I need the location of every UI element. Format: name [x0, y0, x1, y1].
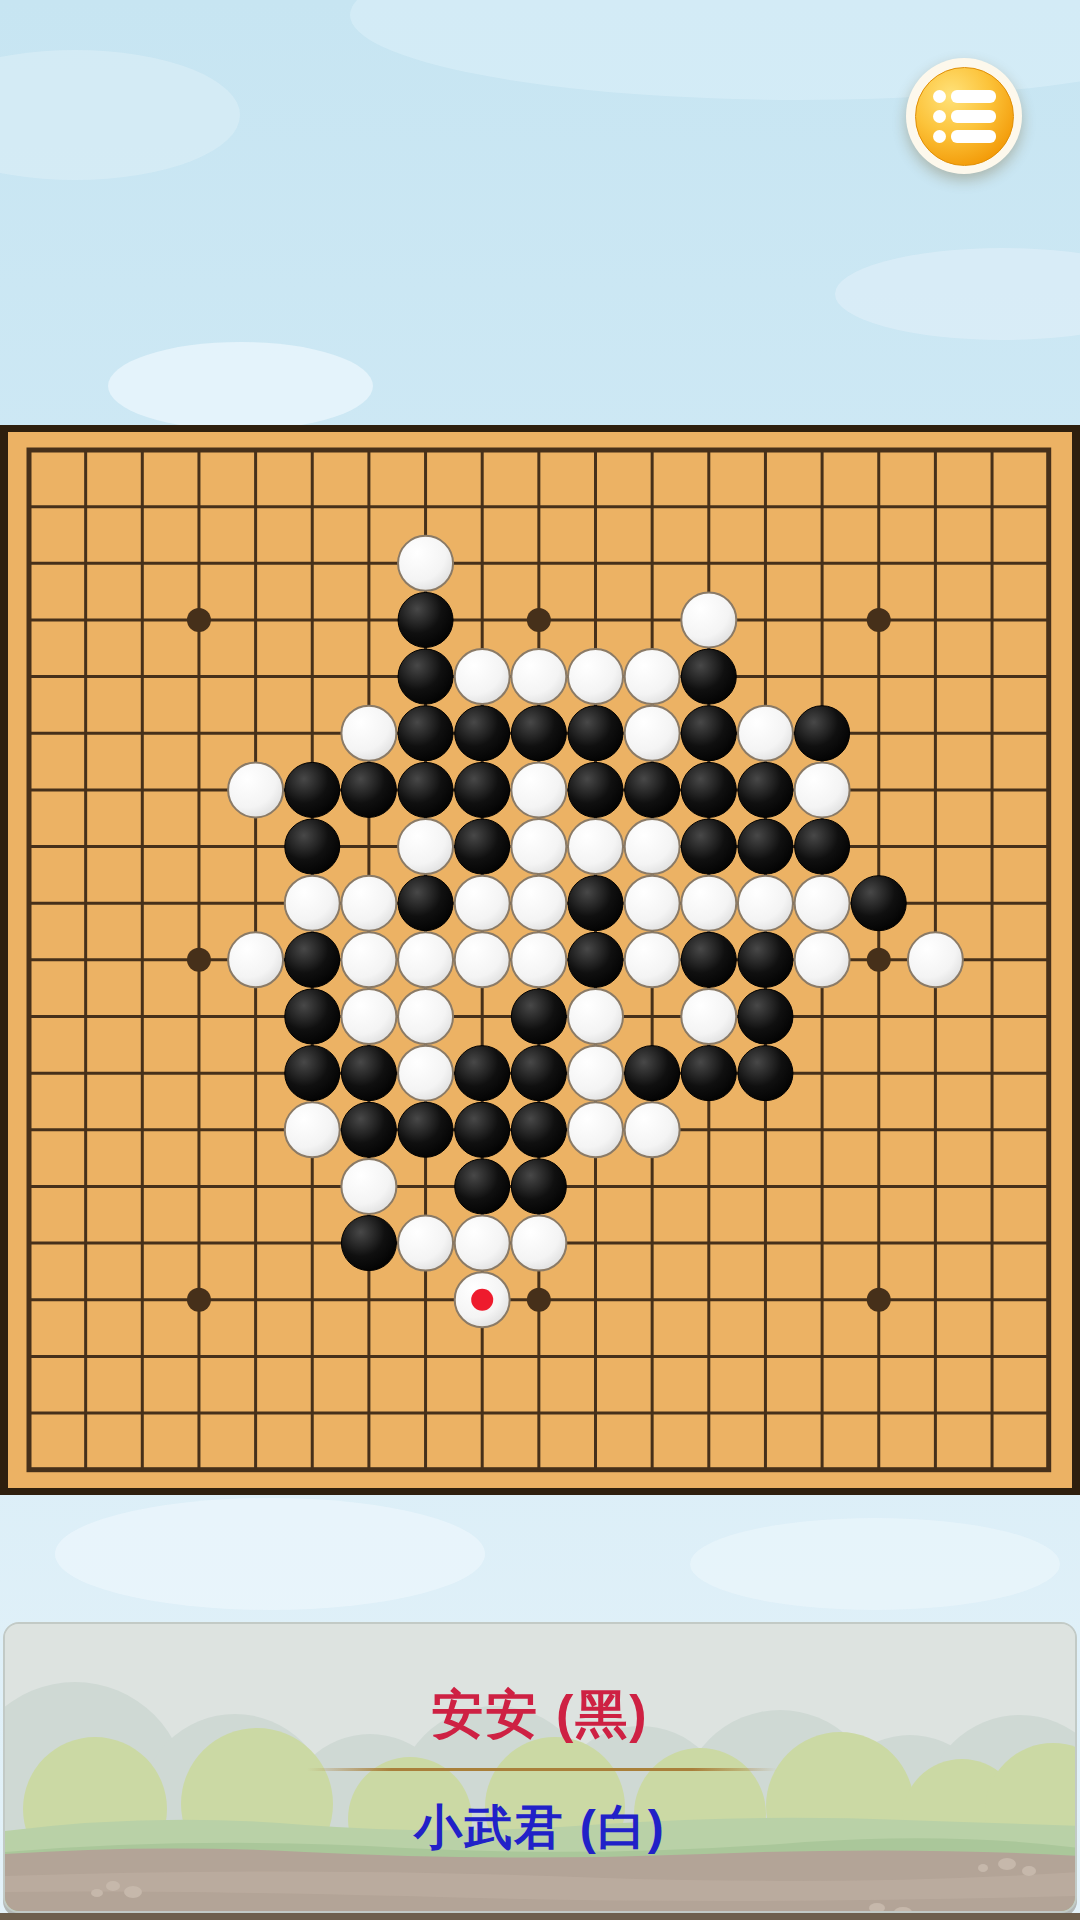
stone-white — [398, 536, 453, 591]
stone-white — [738, 706, 793, 761]
white-player-label: 小武君 (白) — [5, 1802, 1075, 1854]
stone-white — [285, 1102, 340, 1157]
stone-white — [795, 932, 850, 987]
players-panel: 安安 (黑) 小武君 (白) — [3, 1622, 1077, 1913]
stone-white — [398, 1046, 453, 1101]
stone-white — [625, 706, 680, 761]
stone-black — [738, 989, 793, 1044]
stone-black — [511, 989, 566, 1044]
stone-white — [625, 932, 680, 987]
stone-black — [681, 932, 736, 987]
stone-white — [455, 876, 510, 931]
stone-white — [341, 1159, 396, 1214]
list-menu-icon — [915, 67, 1014, 166]
stone-white — [795, 876, 850, 931]
stone-black — [398, 706, 453, 761]
stone-white — [568, 989, 623, 1044]
stone-white — [511, 762, 566, 817]
stone-black — [568, 762, 623, 817]
stone-black — [341, 1216, 396, 1271]
stone-white — [568, 819, 623, 874]
stone-white — [625, 649, 680, 704]
stone-white — [455, 1216, 510, 1271]
stone-white — [625, 819, 680, 874]
stone-black — [455, 706, 510, 761]
stone-black — [455, 762, 510, 817]
stone-black — [795, 706, 850, 761]
stone-black — [625, 1046, 680, 1101]
stone-black — [568, 706, 623, 761]
cloud — [108, 342, 373, 430]
stone-black — [285, 819, 340, 874]
stone-white — [568, 649, 623, 704]
stone-black — [285, 989, 340, 1044]
go-board[interactable] — [0, 425, 1080, 1495]
stone-black — [681, 819, 736, 874]
stone-white — [511, 819, 566, 874]
stone-white — [625, 876, 680, 931]
stone-white — [341, 706, 396, 761]
stone-black — [398, 1102, 453, 1157]
stone-white — [455, 932, 510, 987]
stone-white — [228, 932, 283, 987]
stone-black — [681, 649, 736, 704]
cloud — [835, 248, 1080, 340]
stone-white — [681, 989, 736, 1044]
stone-black — [738, 819, 793, 874]
cloud — [55, 1498, 485, 1610]
stone-white — [738, 876, 793, 931]
stone-black — [625, 762, 680, 817]
stone-black — [341, 1102, 396, 1157]
stone-black — [398, 592, 453, 647]
stone-black — [341, 1046, 396, 1101]
stone-white — [568, 1046, 623, 1101]
bottom-edge — [0, 1913, 1080, 1920]
stone-white — [908, 932, 963, 987]
player-divider — [307, 1768, 777, 1771]
stone-white — [341, 989, 396, 1044]
stone-white — [511, 649, 566, 704]
stone-black — [568, 876, 623, 931]
stone-black — [455, 819, 510, 874]
stone-black — [285, 1046, 340, 1101]
stone-white — [511, 876, 566, 931]
stone-white — [285, 876, 340, 931]
stone-black — [398, 876, 453, 931]
stone-white — [455, 649, 510, 704]
stone-black — [398, 649, 453, 704]
stone-black — [681, 706, 736, 761]
stone-black — [851, 876, 906, 931]
stone-black — [285, 932, 340, 987]
stone-black — [285, 762, 340, 817]
menu-button[interactable] — [906, 58, 1022, 174]
last-move-marker — [471, 1289, 493, 1311]
stone-white — [625, 1102, 680, 1157]
stone-black — [738, 1046, 793, 1101]
stone-white — [398, 1216, 453, 1271]
stone-black — [455, 1102, 510, 1157]
stone-white — [681, 876, 736, 931]
stone-white — [795, 762, 850, 817]
stone-white — [341, 932, 396, 987]
stone-white — [681, 592, 736, 647]
stone-white — [398, 819, 453, 874]
stone-black — [681, 1046, 736, 1101]
stone-black — [738, 932, 793, 987]
stone-black — [398, 762, 453, 817]
cloud — [0, 50, 240, 180]
stone-white — [398, 989, 453, 1044]
stone-black — [511, 706, 566, 761]
stone-white — [511, 1216, 566, 1271]
stone-black — [455, 1159, 510, 1214]
stone-black — [455, 1046, 510, 1101]
stone-white — [511, 932, 566, 987]
stone-black — [568, 932, 623, 987]
stone-white — [228, 762, 283, 817]
stone-black — [795, 819, 850, 874]
stone-white — [341, 876, 396, 931]
black-player-label: 安安 (黑) — [5, 1686, 1075, 1742]
cloud — [690, 1518, 1060, 1610]
stone-white — [568, 1102, 623, 1157]
stone-black — [511, 1046, 566, 1101]
stone-black — [738, 762, 793, 817]
stone-black — [511, 1102, 566, 1157]
stone-black — [681, 762, 736, 817]
stone-white — [398, 932, 453, 987]
stone-black — [341, 762, 396, 817]
stone-black — [511, 1159, 566, 1214]
